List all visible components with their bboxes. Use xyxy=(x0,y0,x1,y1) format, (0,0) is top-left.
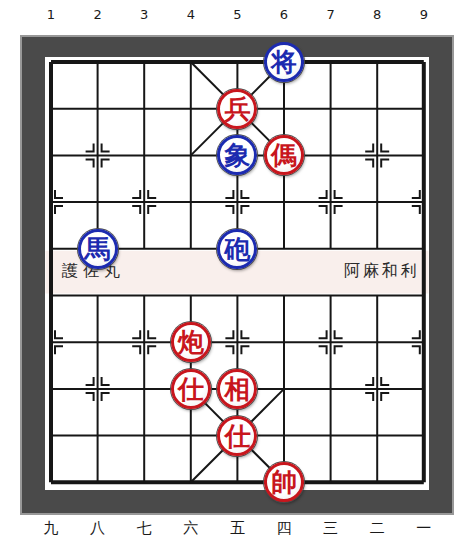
file-label-top-6: 6 xyxy=(273,7,295,22)
file-label-bottom-4: 六 xyxy=(180,519,202,538)
file-label-bottom-8: 二 xyxy=(366,519,388,538)
file-label-top-1: 1 xyxy=(40,7,62,22)
file-label-bottom-5: 五 xyxy=(226,519,248,538)
river-label-right: 阿麻和利 xyxy=(344,261,420,282)
file-label-bottom-9: 一 xyxy=(413,519,435,538)
file-label-bottom-3: 七 xyxy=(133,519,155,538)
file-label-top-4: 4 xyxy=(180,7,202,22)
file-label-top-8: 8 xyxy=(366,7,388,22)
xiangqi-diagram: 護佐丸 阿麻和利 123456789 九八七六五四三二一 将兵象傌馬砲炮仕相仕帥 xyxy=(0,0,472,542)
piece-red-cannon[interactable]: 炮 xyxy=(171,322,211,362)
file-label-top-3: 3 xyxy=(133,7,155,22)
piece-blue-cannon[interactable]: 砲 xyxy=(217,229,257,269)
piece-blue-horse[interactable]: 馬 xyxy=(78,229,118,269)
piece-red-advisor-2[interactable]: 仕 xyxy=(217,416,257,456)
file-label-top-9: 9 xyxy=(413,7,435,22)
piece-red-advisor-1[interactable]: 仕 xyxy=(171,369,211,409)
file-label-top-5: 5 xyxy=(226,7,248,22)
file-label-top-2: 2 xyxy=(87,7,109,22)
file-label-top-7: 7 xyxy=(320,7,342,22)
piece-red-soldier[interactable]: 兵 xyxy=(217,89,257,129)
file-label-bottom-1: 九 xyxy=(40,519,62,538)
file-label-bottom-2: 八 xyxy=(87,519,109,538)
file-label-bottom-7: 三 xyxy=(320,519,342,538)
file-label-bottom-6: 四 xyxy=(273,519,295,538)
piece-blue-general[interactable]: 将 xyxy=(264,42,304,82)
